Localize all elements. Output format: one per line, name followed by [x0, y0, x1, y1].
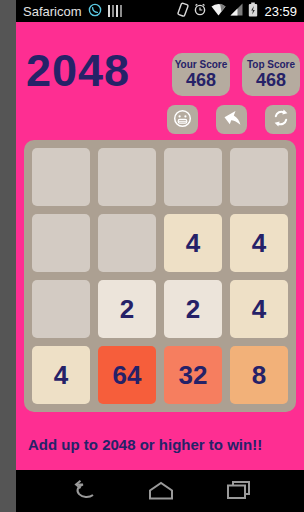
tile-2: 2 [164, 280, 222, 338]
vibrate-phone-icon [176, 2, 189, 20]
top-score-box: Top Score 468 [242, 53, 300, 96]
recents-button[interactable] [224, 480, 252, 503]
tile-8: 8 [230, 346, 288, 404]
tile-64: 64 [98, 346, 156, 404]
back-icon [68, 480, 98, 503]
carrier-label: Safaricom [23, 4, 82, 19]
wifi-icon [211, 3, 226, 19]
home-icon [146, 480, 176, 503]
recents-icon [224, 480, 252, 503]
restart-button[interactable] [265, 105, 296, 134]
clock-time: 23:59 [264, 4, 297, 19]
whatsapp-icon [88, 3, 102, 20]
your-score-label: Your Score [175, 59, 228, 71]
empty-cell [32, 148, 90, 206]
undo-arrow-icon [222, 110, 242, 130]
phone-screen: Safaricom [16, 0, 304, 512]
back-button[interactable] [68, 480, 98, 503]
empty-cell [98, 214, 156, 272]
nav-bar [16, 470, 304, 512]
status-bar-left: Safaricom [23, 3, 122, 20]
tile-4: 4 [164, 214, 222, 272]
top-score-value: 468 [256, 71, 286, 91]
control-buttons [167, 105, 296, 134]
tile-4: 4 [32, 346, 90, 404]
empty-cell [32, 280, 90, 338]
undo-button[interactable] [216, 105, 247, 134]
battery-charging-icon [248, 2, 258, 20]
your-score-box: Your Score 468 [172, 53, 230, 96]
your-score-value: 468 [186, 71, 216, 91]
top-score-label: Top Score [247, 59, 295, 71]
tile-4: 4 [230, 280, 288, 338]
board[interactable]: 44224464328 [24, 140, 296, 412]
tile-32: 32 [164, 346, 222, 404]
tile-4: 4 [230, 214, 288, 272]
status-bar: Safaricom [16, 0, 304, 22]
score-row: Your Score 468 Top Score 468 [172, 53, 300, 96]
empty-cell [32, 214, 90, 272]
home-button[interactable] [146, 480, 176, 503]
empty-cell [164, 148, 222, 206]
sim-bars-icon [108, 5, 122, 17]
empty-cell [98, 148, 156, 206]
smiley-icon [173, 109, 192, 131]
restart-icon [272, 109, 290, 130]
status-bar-right: 23:59 [176, 2, 297, 20]
smiley-button[interactable] [167, 105, 198, 134]
hint-text: Add up to 2048 or higher to win!! [28, 436, 262, 453]
empty-cell [230, 148, 288, 206]
alarm-icon [193, 2, 207, 20]
signal-icon [230, 3, 244, 19]
tile-2: 2 [98, 280, 156, 338]
app-title: 2048 [26, 48, 130, 93]
